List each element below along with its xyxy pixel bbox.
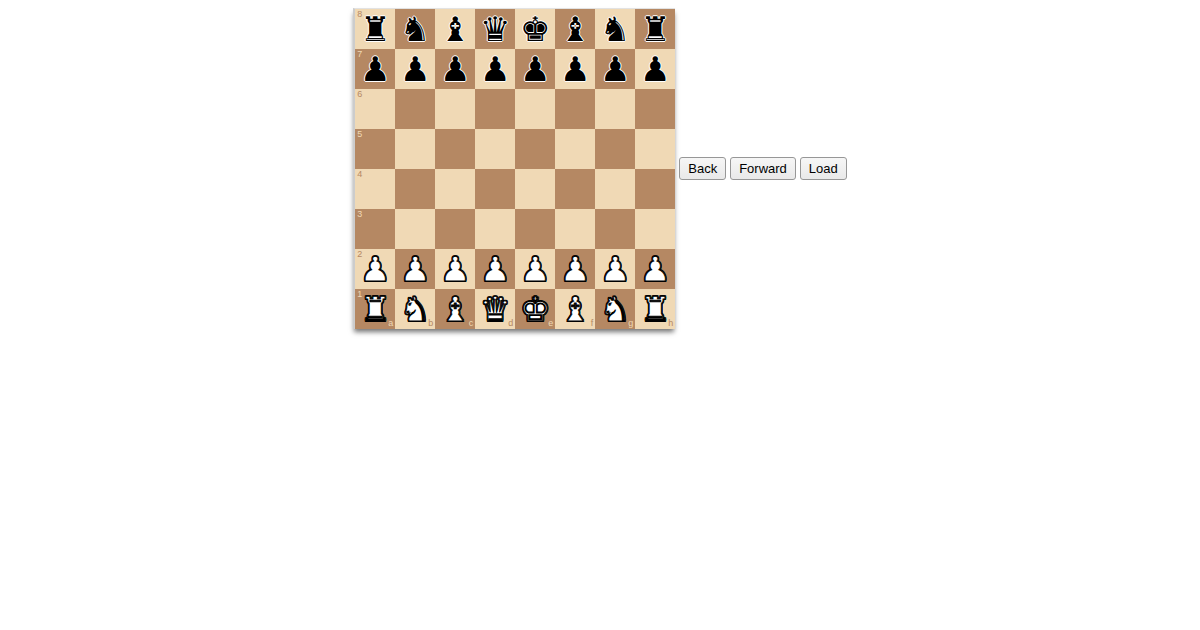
white-pawn: ♟ [360, 252, 390, 286]
square-a8[interactable]: 8♜ [355, 9, 395, 49]
forward-button[interactable]: Forward [730, 157, 796, 180]
square-a7[interactable]: 7♟ [355, 49, 395, 89]
square-f7[interactable]: ♟ [555, 49, 595, 89]
rank-label: 5 [357, 130, 362, 139]
square-d8[interactable]: ♛ [475, 9, 515, 49]
file-label: f [591, 319, 594, 328]
white-rook: ♜ [360, 292, 390, 326]
square-c2[interactable]: ♟ [435, 249, 475, 289]
file-label: b [428, 319, 433, 328]
square-c4[interactable] [435, 169, 475, 209]
square-g7[interactable]: ♟ [595, 49, 635, 89]
square-c1[interactable]: c♝ [435, 289, 475, 329]
square-b5[interactable] [395, 129, 435, 169]
black-pawn: ♟ [440, 52, 470, 86]
rank-label: 3 [357, 210, 362, 219]
file-label: a [388, 319, 393, 328]
white-queen: ♛ [480, 292, 510, 326]
square-b2[interactable]: ♟ [395, 249, 435, 289]
square-h8[interactable]: ♜ [635, 9, 675, 49]
square-e4[interactable] [515, 169, 555, 209]
square-f6[interactable] [555, 89, 595, 129]
square-e3[interactable] [515, 209, 555, 249]
square-a3[interactable]: 3 [355, 209, 395, 249]
square-d5[interactable] [475, 129, 515, 169]
square-b7[interactable]: ♟ [395, 49, 435, 89]
back-button[interactable]: Back [679, 157, 726, 180]
square-e1[interactable]: e♚ [515, 289, 555, 329]
square-g6[interactable] [595, 89, 635, 129]
rank-label: 8 [357, 10, 362, 19]
square-f1[interactable]: f♝ [555, 289, 595, 329]
square-b1[interactable]: b♞ [395, 289, 435, 329]
black-knight: ♞ [400, 12, 430, 46]
file-label: g [628, 319, 633, 328]
square-d7[interactable]: ♟ [475, 49, 515, 89]
white-king: ♚ [520, 292, 550, 326]
rank-label: 4 [357, 170, 362, 179]
black-rook: ♜ [360, 12, 390, 46]
square-g4[interactable] [595, 169, 635, 209]
square-d3[interactable] [475, 209, 515, 249]
square-f5[interactable] [555, 129, 595, 169]
black-pawn: ♟ [600, 52, 630, 86]
white-pawn: ♟ [600, 252, 630, 286]
square-e7[interactable]: ♟ [515, 49, 555, 89]
black-rook: ♜ [640, 12, 670, 46]
square-d6[interactable] [475, 89, 515, 129]
black-king: ♚ [520, 12, 550, 46]
white-pawn: ♟ [480, 252, 510, 286]
square-e8[interactable]: ♚ [515, 9, 555, 49]
square-e5[interactable] [515, 129, 555, 169]
load-button[interactable]: Load [800, 157, 847, 180]
black-pawn: ♟ [400, 52, 430, 86]
square-a1[interactable]: 1a♜ [355, 289, 395, 329]
square-d1[interactable]: d♛ [475, 289, 515, 329]
white-pawn: ♟ [520, 252, 550, 286]
file-label: h [668, 319, 673, 328]
white-pawn: ♟ [400, 252, 430, 286]
white-pawn: ♟ [440, 252, 470, 286]
square-g1[interactable]: g♞ [595, 289, 635, 329]
file-label: d [508, 319, 513, 328]
black-bishop: ♝ [440, 12, 470, 46]
square-f4[interactable] [555, 169, 595, 209]
square-c5[interactable] [435, 129, 475, 169]
square-d4[interactable] [475, 169, 515, 209]
white-knight: ♞ [400, 292, 430, 326]
rank-label: 2 [357, 250, 362, 259]
rank-label: 7 [357, 50, 362, 59]
square-f2[interactable]: ♟ [555, 249, 595, 289]
move-controls: Back Forward Load [679, 157, 847, 180]
square-b4[interactable] [395, 169, 435, 209]
square-h5[interactable] [635, 129, 675, 169]
white-rook: ♜ [640, 292, 670, 326]
white-bishop: ♝ [560, 292, 590, 326]
file-label: c [469, 319, 474, 328]
square-b3[interactable] [395, 209, 435, 249]
chess-board[interactable]: 8♜♞♝♛♚♝♞♜7♟♟♟♟♟♟♟♟65432♟♟♟♟♟♟♟♟1a♜b♞c♝d♛… [353, 8, 675, 329]
square-b8[interactable]: ♞ [395, 9, 435, 49]
black-pawn: ♟ [480, 52, 510, 86]
white-bishop: ♝ [440, 292, 470, 326]
white-pawn: ♟ [560, 252, 590, 286]
board-and-controls: 8♜♞♝♛♚♝♞♜7♟♟♟♟♟♟♟♟65432♟♟♟♟♟♟♟♟1a♜b♞c♝d♛… [0, 8, 1200, 329]
black-pawn: ♟ [640, 52, 670, 86]
file-label: e [548, 319, 553, 328]
white-pawn: ♟ [640, 252, 670, 286]
black-bishop: ♝ [560, 12, 590, 46]
white-knight: ♞ [600, 292, 630, 326]
black-pawn: ♟ [360, 52, 390, 86]
square-d2[interactable]: ♟ [475, 249, 515, 289]
square-e2[interactable]: ♟ [515, 249, 555, 289]
square-a5[interactable]: 5 [355, 129, 395, 169]
square-f8[interactable]: ♝ [555, 9, 595, 49]
square-a6[interactable]: 6 [355, 89, 395, 129]
square-c3[interactable] [435, 209, 475, 249]
square-g8[interactable]: ♞ [595, 9, 635, 49]
black-knight: ♞ [600, 12, 630, 46]
square-g5[interactable] [595, 129, 635, 169]
square-g2[interactable]: ♟ [595, 249, 635, 289]
square-h3[interactable] [635, 209, 675, 249]
square-c6[interactable] [435, 89, 475, 129]
rank-label: 6 [357, 90, 362, 99]
square-h7[interactable]: ♟ [635, 49, 675, 89]
rank-label: 1 [357, 290, 362, 299]
square-g3[interactable] [595, 209, 635, 249]
square-e6[interactable] [515, 89, 555, 129]
square-b6[interactable] [395, 89, 435, 129]
black-pawn: ♟ [560, 52, 590, 86]
square-h2[interactable]: ♟ [635, 249, 675, 289]
square-a4[interactable]: 4 [355, 169, 395, 209]
square-h6[interactable] [635, 89, 675, 129]
square-c7[interactable]: ♟ [435, 49, 475, 89]
square-c8[interactable]: ♝ [435, 9, 475, 49]
square-h4[interactable] [635, 169, 675, 209]
black-queen: ♛ [480, 12, 510, 46]
square-h1[interactable]: h♜ [635, 289, 675, 329]
square-f3[interactable] [555, 209, 595, 249]
square-a2[interactable]: 2♟ [355, 249, 395, 289]
black-pawn: ♟ [520, 52, 550, 86]
